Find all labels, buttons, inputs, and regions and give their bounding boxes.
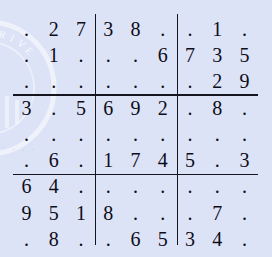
cell-r5c5: . [122, 121, 149, 147]
cell-r3c2: . [40, 68, 67, 94]
cell-r9c7: 3 [176, 226, 203, 252]
cell-r9c5: 6 [122, 226, 149, 252]
cell-r9c2: 8 [40, 226, 67, 252]
cell-r7c8: . [204, 173, 231, 199]
cell-r9c8: 4 [204, 226, 231, 252]
cell-r7c4: . [95, 173, 122, 199]
cell-r4c2: . [40, 95, 67, 121]
cell-r7c7: . [176, 173, 203, 199]
cell-r8c5: . [122, 200, 149, 226]
cell-r3c6: . [149, 68, 176, 94]
cell-r8c3: 1 [67, 200, 94, 226]
cell-r5c6: . [149, 121, 176, 147]
cell-r9c1: . [13, 226, 40, 252]
cell-r3c1: . [13, 68, 40, 94]
cell-r7c9: . [231, 173, 258, 199]
cell-r4c9: . [231, 95, 258, 121]
block-divider-horizontal-1 [13, 94, 258, 96]
cell-r3c9: 9 [231, 68, 258, 94]
cell-r5c9: . [231, 121, 258, 147]
cell-r6c5: 7 [122, 147, 149, 173]
cell-r2c1: . [13, 42, 40, 68]
cell-r1c1: . [13, 16, 40, 42]
cell-r2c9: 5 [231, 42, 258, 68]
cell-r2c5: . [122, 42, 149, 68]
cell-r9c6: 5 [149, 226, 176, 252]
cell-r9c9: . [231, 226, 258, 252]
cell-r1c5: 8 [122, 16, 149, 42]
cell-r3c4: . [95, 68, 122, 94]
cell-r1c9: . [231, 16, 258, 42]
cell-r7c6: . [149, 173, 176, 199]
cell-r6c6: 4 [149, 147, 176, 173]
cell-r9c4: . [95, 226, 122, 252]
cell-r1c3: 7 [67, 16, 94, 42]
cell-r6c3: . [67, 147, 94, 173]
cell-r2c2: 1 [40, 42, 67, 68]
cell-r2c3: . [67, 42, 94, 68]
cell-r6c1: . [13, 147, 40, 173]
cell-r1c6: . [149, 16, 176, 42]
cell-r7c3: . [67, 173, 94, 199]
cell-r3c5: . [122, 68, 149, 94]
cell-r8c9: . [231, 200, 258, 226]
cell-r8c8: 7 [204, 200, 231, 226]
cell-r8c2: 5 [40, 200, 67, 226]
cell-r2c8: 3 [204, 42, 231, 68]
cell-r3c7: . [176, 68, 203, 94]
cell-r7c5: . [122, 173, 149, 199]
watermark-letter: R [0, 28, 7, 40]
cell-r1c8: 1 [204, 16, 231, 42]
cell-r8c4: 8 [95, 200, 122, 226]
cell-r8c1: 9 [13, 200, 40, 226]
cell-r6c4: 1 [95, 147, 122, 173]
svg-text:·: · [2, 143, 6, 152]
cell-r8c7: . [176, 200, 203, 226]
cell-r5c7: . [176, 121, 203, 147]
cell-r4c6: 2 [149, 95, 176, 121]
block-divider-horizontal-2 [13, 174, 258, 176]
cell-r5c1: . [13, 121, 40, 147]
block-divider-vertical-2 [177, 14, 179, 245]
cell-r3c3: . [67, 68, 94, 94]
cell-r2c4: . [95, 42, 122, 68]
cell-r4c1: 3 [13, 95, 40, 121]
cell-r1c7: . [176, 16, 203, 42]
cell-r1c4: 3 [95, 16, 122, 42]
sudoku-puzzle-image: RIVE · · · · .2738..1..1...6735.......29… [0, 0, 272, 257]
cell-r3c8: 2 [204, 68, 231, 94]
cell-r7c1: 6 [13, 173, 40, 199]
cell-r6c9: 3 [231, 147, 258, 173]
cell-r4c3: 5 [67, 95, 94, 121]
cell-r4c4: 6 [95, 95, 122, 121]
block-divider-vertical-1 [95, 14, 97, 245]
cell-r4c7: . [176, 95, 203, 121]
cell-r7c2: 4 [40, 173, 67, 199]
cell-r4c8: 8 [204, 95, 231, 121]
cell-r8c6: . [149, 200, 176, 226]
cell-r1c2: 2 [40, 16, 67, 42]
cell-r5c2: . [40, 121, 67, 147]
cell-r2c6: 6 [149, 42, 176, 68]
sudoku-board: .2738..1..1...6735.......293.5692.8.....… [13, 16, 258, 252]
cell-r5c3: . [67, 121, 94, 147]
cell-r6c7: 5 [176, 147, 203, 173]
cell-r9c3: . [67, 226, 94, 252]
cell-r5c4: . [95, 121, 122, 147]
cell-r6c8: . [204, 147, 231, 173]
cell-r4c5: 9 [122, 95, 149, 121]
cell-r2c7: 7 [176, 42, 203, 68]
cell-r5c8: . [204, 121, 231, 147]
cell-r6c2: 6 [40, 147, 67, 173]
